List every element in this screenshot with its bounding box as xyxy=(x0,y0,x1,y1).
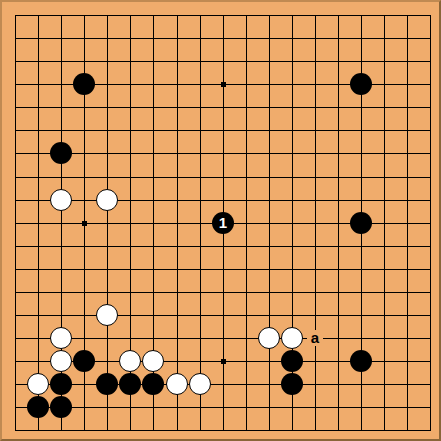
grid-line xyxy=(246,15,247,431)
white-stone xyxy=(258,327,280,349)
white-stone xyxy=(50,350,72,372)
grid-line xyxy=(384,15,385,431)
go-board: 1a xyxy=(0,0,441,441)
black-stone xyxy=(73,350,95,372)
black-stone xyxy=(50,373,72,395)
point-letter-label: a xyxy=(304,327,326,349)
black-stone xyxy=(350,350,372,372)
black-stone xyxy=(142,373,164,395)
grid-line xyxy=(15,246,431,247)
move-number-label: 1 xyxy=(212,212,234,234)
white-stone xyxy=(119,350,141,372)
star-point xyxy=(82,221,87,226)
white-stone xyxy=(281,327,303,349)
star-point xyxy=(221,359,226,364)
black-stone xyxy=(73,73,95,95)
grid-line xyxy=(15,407,431,408)
black-stone xyxy=(96,373,118,395)
black-stone xyxy=(350,212,372,234)
black-stone xyxy=(50,142,72,164)
grid-line xyxy=(315,15,316,431)
grid-line xyxy=(338,15,339,431)
star-point xyxy=(221,82,226,87)
grid-line xyxy=(269,15,270,431)
grid-line xyxy=(407,15,408,431)
white-stone xyxy=(50,327,72,349)
black-stone xyxy=(350,73,372,95)
black-stone xyxy=(119,373,141,395)
black-stone xyxy=(281,350,303,372)
grid-line xyxy=(15,269,431,270)
white-stone xyxy=(27,373,49,395)
grid-line xyxy=(15,292,431,293)
black-stone xyxy=(281,373,303,395)
white-stone xyxy=(142,350,164,372)
black-stone xyxy=(27,396,49,418)
white-stone xyxy=(166,373,188,395)
white-stone xyxy=(96,189,118,211)
grid-line xyxy=(15,338,431,339)
grid-line xyxy=(15,384,431,385)
grid-line xyxy=(15,315,431,316)
white-stone xyxy=(189,373,211,395)
black-stone xyxy=(50,396,72,418)
grid-line xyxy=(430,15,431,431)
grid-line xyxy=(15,430,431,431)
white-stone xyxy=(50,189,72,211)
white-stone xyxy=(96,304,118,326)
